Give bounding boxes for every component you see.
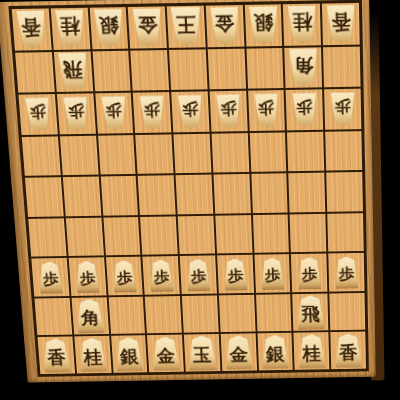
cell-7d[interactable] [98,135,136,175]
piece-kanji: 角 [293,56,313,76]
piece-pawn-gote[interactable]: 歩 [24,97,52,131]
piece-kanji: 歩 [79,271,96,286]
piece-kanji: 歩 [335,99,352,115]
piece-kanji: 金 [156,347,175,365]
piece-gold-general-gote[interactable]: 金 [131,8,164,46]
piece-kanji: 歩 [105,103,122,119]
cell-5f[interactable] [178,216,215,255]
cell-9c[interactable]: 歩 [18,94,57,135]
piece-pawn-gote[interactable]: 歩 [138,95,166,129]
cell-7g[interactable]: 歩 [106,257,143,295]
cell-4a[interactable]: 金 [206,5,244,47]
piece-pawn-gote[interactable]: 歩 [253,93,280,127]
cell-8h[interactable]: 角 [71,297,108,335]
cell-4i[interactable]: 金 [221,334,257,371]
cell-9a[interactable]: 香 [12,8,52,50]
cell-2h[interactable]: 飛 [293,293,329,331]
piece-lance-sente[interactable]: 香 [333,333,363,367]
piece-pawn-gote[interactable]: 歩 [62,97,90,131]
piece-kanji: 歩 [301,267,317,283]
board-frame: 香桂銀金王金銀桂香飛角歩歩歩歩歩歩歩歩歩歩歩歩歩歩歩歩歩歩角飛香桂銀金玉金銀桂香 [0,0,376,383]
piece-kanji: 銀 [120,347,139,365]
piece-kanji: 歩 [339,267,355,283]
piece-lance-sente[interactable]: 香 [40,338,72,372]
shogi-board: 香桂銀金王金銀桂香飛角歩歩歩歩歩歩歩歩歩歩歩歩歩歩歩歩歩歩角飛香桂銀金玉金銀桂香 [0,0,376,383]
piece-kanji: 金 [137,15,158,35]
board-grid: 香桂銀金王金銀桂香飛角歩歩歩歩歩歩歩歩歩歩歩歩歩歩歩歩歩歩角飛香桂銀金玉金銀桂香 [8,0,369,377]
cell-6g[interactable]: 歩 [143,256,180,294]
cell-9b[interactable] [15,52,54,93]
piece-lance-gote[interactable]: 香 [15,10,49,48]
cell-6f[interactable] [140,216,177,255]
piece-silver-general-gote[interactable]: 銀 [92,9,125,47]
cell-7i[interactable]: 銀 [111,336,148,373]
cell-6c[interactable]: 歩 [133,92,171,133]
cell-5c[interactable]: 歩 [171,91,209,132]
piece-knight-sente[interactable]: 桂 [77,338,108,372]
cell-6b[interactable] [131,50,170,91]
piece-pawn-gote[interactable]: 歩 [177,95,205,129]
piece-knight-gote[interactable]: 桂 [54,9,87,47]
cell-2d[interactable] [287,131,324,171]
piece-kanji: 桂 [83,348,103,366]
piece-kanji: 香 [47,348,67,366]
piece-gold-general-sente[interactable]: 金 [150,337,181,371]
shogi-scene: 香桂銀金王金銀桂香飛角歩歩歩歩歩歩歩歩歩歩歩歩歩歩歩歩歩歩角飛香桂銀金玉金銀桂香 [0,0,400,400]
piece-pawn-sente[interactable]: 歩 [37,261,65,293]
piece-kanji: 歩 [67,104,84,120]
piece-kanji: 歩 [220,101,237,117]
cell-2f[interactable] [290,214,326,253]
cell-3c[interactable]: 歩 [248,90,286,131]
piece-lance-gote[interactable]: 香 [325,5,357,43]
piece-knight-gote[interactable]: 桂 [286,5,318,43]
cell-1g[interactable]: 歩 [329,253,365,291]
cell-3h[interactable] [256,294,292,332]
cell-3e[interactable] [251,173,288,212]
cell-3d[interactable] [249,132,286,172]
piece-pawn-gote[interactable]: 歩 [329,92,356,126]
piece-kanji: 歩 [144,102,161,118]
cell-1b[interactable] [323,46,360,87]
cell-2e[interactable] [289,173,326,212]
piece-kanji: 香 [331,12,351,32]
cell-5i[interactable]: 玉 [184,334,220,371]
piece-kanji: 銀 [253,13,273,33]
cell-6e[interactable] [138,175,176,214]
piece-kanji: 香 [339,343,358,361]
piece-rook-gote[interactable]: 飛 [57,53,90,91]
cell-1d[interactable] [325,131,362,171]
piece-pawn-sente[interactable]: 歩 [148,259,175,291]
cell-2a[interactable]: 桂 [283,4,321,46]
cell-3f[interactable] [253,214,290,253]
piece-kanji: 歩 [29,104,46,120]
cell-5g[interactable]: 歩 [180,256,217,294]
cell-2b[interactable]: 角 [285,47,323,88]
piece-kanji: 歩 [153,270,170,286]
cell-6h[interactable] [145,296,182,334]
piece-kanji: 金 [215,14,235,34]
cell-2c[interactable]: 歩 [286,89,323,130]
piece-kanji: 歩 [264,268,280,284]
cell-5a[interactable]: 王 [167,6,206,48]
cell-2g[interactable]: 歩 [291,254,327,292]
piece-kanji: 玉 [193,346,212,364]
piece-pawn-sente[interactable]: 歩 [296,257,322,289]
piece-pawn-gote[interactable]: 歩 [215,94,242,128]
cell-4b[interactable] [208,48,246,89]
cell-1a[interactable]: 香 [322,3,360,45]
piece-knight-sente[interactable]: 桂 [297,334,327,368]
piece-kanji: 飛 [301,305,320,323]
cell-5d[interactable] [173,133,211,173]
piece-silver-general-sente[interactable]: 銀 [114,337,145,371]
piece-kanji: 金 [229,345,248,363]
cell-4d[interactable] [211,133,249,173]
piece-pawn-sente[interactable]: 歩 [74,261,101,293]
cell-1c[interactable]: 歩 [324,89,361,130]
cell-4e[interactable] [213,174,250,213]
piece-kanji: 歩 [42,272,59,287]
cell-6i[interactable]: 金 [147,335,184,372]
cell-5b[interactable] [169,49,207,90]
piece-kanji: 桂 [302,344,321,362]
cell-4g[interactable]: 歩 [217,255,254,293]
piece-pawn-sente[interactable]: 歩 [111,260,138,292]
cell-1i[interactable]: 香 [331,332,366,369]
piece-pawn-gote[interactable]: 歩 [291,93,318,127]
cell-9i[interactable]: 香 [38,337,75,374]
cell-5e[interactable] [176,175,213,214]
cell-9g[interactable]: 歩 [31,258,69,296]
cell-8c[interactable]: 歩 [57,93,96,134]
piece-kanji: 角 [80,309,100,327]
piece-king-gote[interactable]: 王 [169,7,203,47]
cell-9e[interactable] [25,177,63,216]
piece-kanji: 歩 [182,102,199,118]
piece-bishop-gote[interactable]: 角 [288,49,320,87]
piece-gold-general-sente[interactable]: 金 [223,335,253,369]
cell-7h[interactable] [108,297,145,335]
cell-3i[interactable]: 銀 [257,333,293,370]
cell-1e[interactable] [326,172,362,211]
cell-3a[interactable]: 銀 [244,4,282,46]
cell-1f[interactable] [327,213,363,252]
cell-4h[interactable] [219,295,255,333]
piece-pawn-sente[interactable]: 歩 [222,258,249,290]
piece-kanji: 銀 [266,345,285,363]
piece-silver-general-sente[interactable]: 銀 [260,335,290,369]
cell-8d[interactable] [60,135,99,175]
piece-kanji: 歩 [296,100,313,116]
piece-pawn-sente[interactable]: 歩 [185,259,212,291]
cell-7a[interactable]: 銀 [89,7,128,49]
cell-9d[interactable] [22,136,61,176]
cell-7e[interactable] [100,176,138,215]
cell-7b[interactable] [92,50,131,91]
cell-6a[interactable]: 金 [128,6,167,48]
piece-kanji: 歩 [116,270,133,286]
piece-rook-sente[interactable]: 飛 [295,295,325,330]
cell-2i[interactable]: 桂 [294,333,330,370]
cell-9h[interactable] [34,298,72,336]
cell-9f[interactable] [28,218,66,257]
cell-5h[interactable] [182,295,219,333]
piece-kanji: 歩 [190,269,206,285]
piece-kanji: 歩 [258,100,275,116]
cell-4f[interactable] [215,215,252,254]
piece-pawn-sente[interactable]: 歩 [334,256,360,288]
cell-6d[interactable] [136,134,174,174]
piece-bishop-sente[interactable]: 角 [74,299,106,334]
cell-4c[interactable]: 歩 [210,91,248,132]
piece-kanji: 歩 [227,268,243,284]
piece-kanji: 王 [176,14,196,34]
cell-3b[interactable] [246,48,284,89]
cell-8a[interactable]: 桂 [50,8,89,50]
piece-kanji: 飛 [63,60,84,80]
piece-kanji: 桂 [292,12,312,32]
cell-3g[interactable]: 歩 [254,254,290,292]
piece-kanji: 桂 [60,17,81,37]
cell-1h[interactable] [330,293,366,331]
cell-8g[interactable]: 歩 [68,258,106,296]
piece-silver-general-gote[interactable]: 銀 [247,6,279,44]
piece-pawn-sente[interactable]: 歩 [259,258,285,290]
cell-8e[interactable] [63,177,101,216]
piece-kanji: 香 [21,17,42,37]
piece-pawn-gote[interactable]: 歩 [100,96,128,130]
piece-kanji: 銀 [98,16,119,36]
piece-king-sente[interactable]: 玉 [186,335,218,370]
cell-8f[interactable] [66,217,104,256]
piece-gold-general-gote[interactable]: 金 [209,7,241,45]
cell-7f[interactable] [103,217,141,256]
cell-8b[interactable]: 飛 [54,51,93,92]
cell-7c[interactable]: 歩 [95,93,134,134]
cell-8i[interactable]: 桂 [74,336,111,373]
